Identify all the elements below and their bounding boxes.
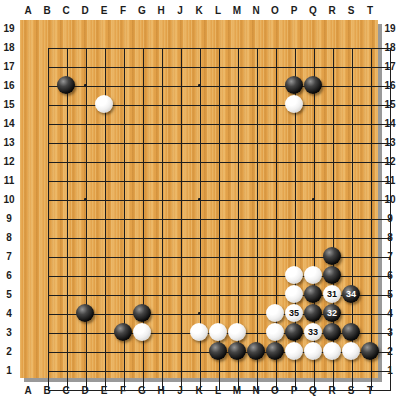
- intersection-Q2[interactable]: [304, 342, 323, 361]
- intersection-R12[interactable]: [323, 152, 342, 171]
- intersection-M5[interactable]: [228, 285, 247, 304]
- intersection-Q11[interactable]: [304, 171, 323, 190]
- intersection-Q3[interactable]: 33: [304, 323, 323, 342]
- intersection-C15[interactable]: [57, 95, 76, 114]
- intersection-C3[interactable]: [57, 323, 76, 342]
- intersection-A1[interactable]: [19, 361, 38, 380]
- intersection-S17[interactable]: [342, 57, 361, 76]
- intersection-D13[interactable]: [76, 133, 95, 152]
- intersection-A12[interactable]: [19, 152, 38, 171]
- intersection-Q19[interactable]: [304, 19, 323, 38]
- intersection-F18[interactable]: [114, 38, 133, 57]
- intersection-K9[interactable]: [190, 209, 209, 228]
- intersection-R1[interactable]: [323, 361, 342, 380]
- intersection-F16[interactable]: [114, 76, 133, 95]
- intersection-Q15[interactable]: [304, 95, 323, 114]
- intersection-A5[interactable]: [19, 285, 38, 304]
- intersection-F13[interactable]: [114, 133, 133, 152]
- intersection-E7[interactable]: [95, 247, 114, 266]
- intersection-C9[interactable]: [57, 209, 76, 228]
- intersection-J19[interactable]: [171, 19, 190, 38]
- intersection-R11[interactable]: [323, 171, 342, 190]
- intersection-L14[interactable]: [209, 114, 228, 133]
- intersection-G17[interactable]: [133, 57, 152, 76]
- intersection-F17[interactable]: [114, 57, 133, 76]
- intersection-T9[interactable]: [361, 209, 380, 228]
- intersection-P12[interactable]: [285, 152, 304, 171]
- intersection-B19[interactable]: [38, 19, 57, 38]
- intersection-T12[interactable]: [361, 152, 380, 171]
- intersection-P19[interactable]: [285, 19, 304, 38]
- intersection-T7[interactable]: [361, 247, 380, 266]
- intersection-P15[interactable]: [285, 95, 304, 114]
- intersection-O12[interactable]: [266, 152, 285, 171]
- intersection-K1[interactable]: [190, 361, 209, 380]
- intersection-T13[interactable]: [361, 133, 380, 152]
- intersection-J14[interactable]: [171, 114, 190, 133]
- intersection-A15[interactable]: [19, 95, 38, 114]
- black-stone-Q5[interactable]: [304, 285, 322, 303]
- intersection-J4[interactable]: [171, 304, 190, 323]
- intersection-N6[interactable]: [247, 266, 266, 285]
- white-stone-P15[interactable]: [285, 95, 303, 113]
- intersection-K6[interactable]: [190, 266, 209, 285]
- intersection-F8[interactable]: [114, 228, 133, 247]
- intersection-R5[interactable]: 31: [323, 285, 342, 304]
- intersection-N2[interactable]: [247, 342, 266, 361]
- intersection-M6[interactable]: [228, 266, 247, 285]
- intersection-L6[interactable]: [209, 266, 228, 285]
- intersection-J1[interactable]: [171, 361, 190, 380]
- intersection-G11[interactable]: [133, 171, 152, 190]
- intersection-Q1[interactable]: [304, 361, 323, 380]
- intersection-R8[interactable]: [323, 228, 342, 247]
- intersection-J18[interactable]: [171, 38, 190, 57]
- intersection-S19[interactable]: [342, 19, 361, 38]
- intersection-J2[interactable]: [171, 342, 190, 361]
- intersection-O6[interactable]: [266, 266, 285, 285]
- intersection-D3[interactable]: [76, 323, 95, 342]
- intersection-L18[interactable]: [209, 38, 228, 57]
- black-stone-R4[interactable]: 32: [323, 304, 341, 322]
- intersection-H11[interactable]: [152, 171, 171, 190]
- intersection-L13[interactable]: [209, 133, 228, 152]
- intersection-T14[interactable]: [361, 114, 380, 133]
- intersection-D1[interactable]: [76, 361, 95, 380]
- intersection-K5[interactable]: [190, 285, 209, 304]
- intersection-N12[interactable]: [247, 152, 266, 171]
- white-stone-M3[interactable]: [228, 323, 246, 341]
- intersection-A7[interactable]: [19, 247, 38, 266]
- intersection-S11[interactable]: [342, 171, 361, 190]
- white-stone-R5[interactable]: 31: [323, 285, 341, 303]
- intersection-J7[interactable]: [171, 247, 190, 266]
- intersection-G7[interactable]: [133, 247, 152, 266]
- intersection-H2[interactable]: [152, 342, 171, 361]
- intersection-E8[interactable]: [95, 228, 114, 247]
- intersection-F11[interactable]: [114, 171, 133, 190]
- intersection-R6[interactable]: [323, 266, 342, 285]
- intersection-A2[interactable]: [19, 342, 38, 361]
- intersection-A13[interactable]: [19, 133, 38, 152]
- intersection-O14[interactable]: [266, 114, 285, 133]
- intersection-D17[interactable]: [76, 57, 95, 76]
- intersection-H16[interactable]: [152, 76, 171, 95]
- black-stone-F3[interactable]: [114, 323, 132, 341]
- intersection-Q13[interactable]: [304, 133, 323, 152]
- intersection-T5[interactable]: [361, 285, 380, 304]
- intersection-N14[interactable]: [247, 114, 266, 133]
- intersection-T4[interactable]: [361, 304, 380, 323]
- intersection-G18[interactable]: [133, 38, 152, 57]
- intersection-P7[interactable]: [285, 247, 304, 266]
- intersection-K4[interactable]: [190, 304, 209, 323]
- intersection-G13[interactable]: [133, 133, 152, 152]
- intersection-F10[interactable]: [114, 190, 133, 209]
- intersection-C6[interactable]: [57, 266, 76, 285]
- intersection-S13[interactable]: [342, 133, 361, 152]
- intersection-R14[interactable]: [323, 114, 342, 133]
- black-stone-T2[interactable]: [361, 342, 379, 360]
- intersection-F14[interactable]: [114, 114, 133, 133]
- intersection-A10[interactable]: [19, 190, 38, 209]
- intersection-B17[interactable]: [38, 57, 57, 76]
- intersection-R4[interactable]: 32: [323, 304, 342, 323]
- intersection-L9[interactable]: [209, 209, 228, 228]
- intersection-C7[interactable]: [57, 247, 76, 266]
- intersection-B18[interactable]: [38, 38, 57, 57]
- intersection-C2[interactable]: [57, 342, 76, 361]
- intersection-G10[interactable]: [133, 190, 152, 209]
- intersection-R7[interactable]: [323, 247, 342, 266]
- intersection-J5[interactable]: [171, 285, 190, 304]
- white-stone-E15[interactable]: [95, 95, 113, 113]
- intersection-H14[interactable]: [152, 114, 171, 133]
- intersection-M18[interactable]: [228, 38, 247, 57]
- intersection-C19[interactable]: [57, 19, 76, 38]
- intersection-R15[interactable]: [323, 95, 342, 114]
- black-stone-R7[interactable]: [323, 247, 341, 265]
- intersection-B4[interactable]: [38, 304, 57, 323]
- intersection-A6[interactable]: [19, 266, 38, 285]
- intersection-B2[interactable]: [38, 342, 57, 361]
- intersection-B3[interactable]: [38, 323, 57, 342]
- intersection-B11[interactable]: [38, 171, 57, 190]
- intersection-M14[interactable]: [228, 114, 247, 133]
- intersection-N7[interactable]: [247, 247, 266, 266]
- intersection-D9[interactable]: [76, 209, 95, 228]
- intersection-E16[interactable]: [95, 76, 114, 95]
- intersection-G6[interactable]: [133, 266, 152, 285]
- intersection-H10[interactable]: [152, 190, 171, 209]
- black-stone-R3[interactable]: [323, 323, 341, 341]
- intersection-P10[interactable]: [285, 190, 304, 209]
- black-stone-P3[interactable]: [285, 323, 303, 341]
- intersection-P8[interactable]: [285, 228, 304, 247]
- intersection-J15[interactable]: [171, 95, 190, 114]
- intersection-O8[interactable]: [266, 228, 285, 247]
- intersection-L11[interactable]: [209, 171, 228, 190]
- intersection-S5[interactable]: 34: [342, 285, 361, 304]
- intersection-A11[interactable]: [19, 171, 38, 190]
- intersection-D4[interactable]: [76, 304, 95, 323]
- intersection-K14[interactable]: [190, 114, 209, 133]
- intersection-E10[interactable]: [95, 190, 114, 209]
- intersection-A18[interactable]: [19, 38, 38, 57]
- intersection-Q9[interactable]: [304, 209, 323, 228]
- white-stone-K3[interactable]: [190, 323, 208, 341]
- intersection-K16[interactable]: [190, 76, 209, 95]
- intersection-E3[interactable]: [95, 323, 114, 342]
- white-stone-O3[interactable]: [266, 323, 284, 341]
- intersection-H5[interactable]: [152, 285, 171, 304]
- intersection-R2[interactable]: [323, 342, 342, 361]
- intersection-Q5[interactable]: [304, 285, 323, 304]
- intersection-L12[interactable]: [209, 152, 228, 171]
- intersection-G4[interactable]: [133, 304, 152, 323]
- intersection-G5[interactable]: [133, 285, 152, 304]
- intersection-F12[interactable]: [114, 152, 133, 171]
- intersection-J11[interactable]: [171, 171, 190, 190]
- intersection-G2[interactable]: [133, 342, 152, 361]
- white-stone-S2[interactable]: [342, 342, 360, 360]
- intersection-H7[interactable]: [152, 247, 171, 266]
- intersection-C10[interactable]: [57, 190, 76, 209]
- intersection-K11[interactable]: [190, 171, 209, 190]
- intersection-M11[interactable]: [228, 171, 247, 190]
- intersection-T19[interactable]: [361, 19, 380, 38]
- intersection-M9[interactable]: [228, 209, 247, 228]
- intersection-E13[interactable]: [95, 133, 114, 152]
- intersection-F1[interactable]: [114, 361, 133, 380]
- intersection-P4[interactable]: 35: [285, 304, 304, 323]
- intersection-R17[interactable]: [323, 57, 342, 76]
- intersection-G16[interactable]: [133, 76, 152, 95]
- intersection-H12[interactable]: [152, 152, 171, 171]
- intersection-H9[interactable]: [152, 209, 171, 228]
- intersection-J8[interactable]: [171, 228, 190, 247]
- intersection-M13[interactable]: [228, 133, 247, 152]
- intersection-A3[interactable]: [19, 323, 38, 342]
- black-stone-N2[interactable]: [247, 342, 265, 360]
- intersection-S1[interactable]: [342, 361, 361, 380]
- white-stone-P5[interactable]: [285, 285, 303, 303]
- black-stone-O2[interactable]: [266, 342, 284, 360]
- intersection-H6[interactable]: [152, 266, 171, 285]
- intersection-R3[interactable]: [323, 323, 342, 342]
- intersection-J12[interactable]: [171, 152, 190, 171]
- intersection-E14[interactable]: [95, 114, 114, 133]
- intersection-F4[interactable]: [114, 304, 133, 323]
- intersection-P14[interactable]: [285, 114, 304, 133]
- intersection-O10[interactable]: [266, 190, 285, 209]
- intersection-L3[interactable]: [209, 323, 228, 342]
- black-stone-S5[interactable]: 34: [342, 285, 360, 303]
- black-stone-R6[interactable]: [323, 266, 341, 284]
- intersection-T18[interactable]: [361, 38, 380, 57]
- intersection-P1[interactable]: [285, 361, 304, 380]
- intersection-A14[interactable]: [19, 114, 38, 133]
- intersection-D15[interactable]: [76, 95, 95, 114]
- intersection-L2[interactable]: [209, 342, 228, 361]
- intersection-M2[interactable]: [228, 342, 247, 361]
- intersection-D5[interactable]: [76, 285, 95, 304]
- intersection-C18[interactable]: [57, 38, 76, 57]
- intersection-F7[interactable]: [114, 247, 133, 266]
- intersection-L5[interactable]: [209, 285, 228, 304]
- intersection-N18[interactable]: [247, 38, 266, 57]
- intersection-K17[interactable]: [190, 57, 209, 76]
- intersection-S18[interactable]: [342, 38, 361, 57]
- intersection-Q14[interactable]: [304, 114, 323, 133]
- intersection-S2[interactable]: [342, 342, 361, 361]
- intersection-K15[interactable]: [190, 95, 209, 114]
- intersection-Q18[interactable]: [304, 38, 323, 57]
- intersection-N15[interactable]: [247, 95, 266, 114]
- intersection-N19[interactable]: [247, 19, 266, 38]
- intersection-T6[interactable]: [361, 266, 380, 285]
- white-stone-P4[interactable]: 35: [285, 304, 303, 322]
- intersection-A8[interactable]: [19, 228, 38, 247]
- intersection-H3[interactable]: [152, 323, 171, 342]
- intersection-P11[interactable]: [285, 171, 304, 190]
- intersection-B16[interactable]: [38, 76, 57, 95]
- intersection-M17[interactable]: [228, 57, 247, 76]
- intersection-C11[interactable]: [57, 171, 76, 190]
- intersection-S15[interactable]: [342, 95, 361, 114]
- black-stone-L2[interactable]: [209, 342, 227, 360]
- intersection-N1[interactable]: [247, 361, 266, 380]
- intersection-M16[interactable]: [228, 76, 247, 95]
- intersection-C5[interactable]: [57, 285, 76, 304]
- intersection-A17[interactable]: [19, 57, 38, 76]
- intersection-J6[interactable]: [171, 266, 190, 285]
- intersection-L19[interactable]: [209, 19, 228, 38]
- intersection-Q8[interactable]: [304, 228, 323, 247]
- intersection-S4[interactable]: [342, 304, 361, 323]
- intersection-D16[interactable]: [76, 76, 95, 95]
- intersection-F15[interactable]: [114, 95, 133, 114]
- intersection-B15[interactable]: [38, 95, 57, 114]
- intersection-D11[interactable]: [76, 171, 95, 190]
- intersection-M15[interactable]: [228, 95, 247, 114]
- white-stone-G3[interactable]: [133, 323, 151, 341]
- intersection-S8[interactable]: [342, 228, 361, 247]
- intersection-P6[interactable]: [285, 266, 304, 285]
- intersection-L17[interactable]: [209, 57, 228, 76]
- intersection-R9[interactable]: [323, 209, 342, 228]
- intersection-E2[interactable]: [95, 342, 114, 361]
- black-stone-D4[interactable]: [76, 304, 94, 322]
- intersection-E1[interactable]: [95, 361, 114, 380]
- intersection-T1[interactable]: [361, 361, 380, 380]
- intersection-Q4[interactable]: [304, 304, 323, 323]
- black-stone-C16[interactable]: [57, 76, 75, 94]
- intersection-T17[interactable]: [361, 57, 380, 76]
- intersection-N10[interactable]: [247, 190, 266, 209]
- intersection-T2[interactable]: [361, 342, 380, 361]
- intersection-N17[interactable]: [247, 57, 266, 76]
- intersection-A4[interactable]: [19, 304, 38, 323]
- intersection-Q17[interactable]: [304, 57, 323, 76]
- intersection-S16[interactable]: [342, 76, 361, 95]
- intersection-F2[interactable]: [114, 342, 133, 361]
- intersection-B9[interactable]: [38, 209, 57, 228]
- intersection-L4[interactable]: [209, 304, 228, 323]
- white-stone-Q2[interactable]: [304, 342, 322, 360]
- black-stone-M2[interactable]: [228, 342, 246, 360]
- intersection-O18[interactable]: [266, 38, 285, 57]
- intersection-K13[interactable]: [190, 133, 209, 152]
- intersection-L10[interactable]: [209, 190, 228, 209]
- intersection-N16[interactable]: [247, 76, 266, 95]
- intersection-L16[interactable]: [209, 76, 228, 95]
- intersection-P9[interactable]: [285, 209, 304, 228]
- intersection-O4[interactable]: [266, 304, 285, 323]
- intersection-H19[interactable]: [152, 19, 171, 38]
- intersection-O19[interactable]: [266, 19, 285, 38]
- black-stone-S3[interactable]: [342, 323, 360, 341]
- intersection-M3[interactable]: [228, 323, 247, 342]
- intersection-K18[interactable]: [190, 38, 209, 57]
- intersection-M12[interactable]: [228, 152, 247, 171]
- intersection-G8[interactable]: [133, 228, 152, 247]
- intersection-C16[interactable]: [57, 76, 76, 95]
- intersection-H15[interactable]: [152, 95, 171, 114]
- intersection-T8[interactable]: [361, 228, 380, 247]
- intersection-D6[interactable]: [76, 266, 95, 285]
- intersection-G19[interactable]: [133, 19, 152, 38]
- intersection-B7[interactable]: [38, 247, 57, 266]
- intersection-Q6[interactable]: [304, 266, 323, 285]
- intersection-A19[interactable]: [19, 19, 38, 38]
- intersection-N11[interactable]: [247, 171, 266, 190]
- intersection-S12[interactable]: [342, 152, 361, 171]
- intersection-E9[interactable]: [95, 209, 114, 228]
- intersection-D10[interactable]: [76, 190, 95, 209]
- intersection-R13[interactable]: [323, 133, 342, 152]
- intersection-F9[interactable]: [114, 209, 133, 228]
- intersection-D18[interactable]: [76, 38, 95, 57]
- intersection-H8[interactable]: [152, 228, 171, 247]
- intersection-K3[interactable]: [190, 323, 209, 342]
- intersection-E15[interactable]: [95, 95, 114, 114]
- intersection-G15[interactable]: [133, 95, 152, 114]
- intersection-E12[interactable]: [95, 152, 114, 171]
- intersection-S3[interactable]: [342, 323, 361, 342]
- intersection-T16[interactable]: [361, 76, 380, 95]
- intersection-J3[interactable]: [171, 323, 190, 342]
- intersection-L8[interactable]: [209, 228, 228, 247]
- intersection-L1[interactable]: [209, 361, 228, 380]
- intersection-A16[interactable]: [19, 76, 38, 95]
- intersection-F6[interactable]: [114, 266, 133, 285]
- intersection-G9[interactable]: [133, 209, 152, 228]
- intersection-T10[interactable]: [361, 190, 380, 209]
- intersection-S7[interactable]: [342, 247, 361, 266]
- white-stone-L3[interactable]: [209, 323, 227, 341]
- intersection-K2[interactable]: [190, 342, 209, 361]
- intersection-S10[interactable]: [342, 190, 361, 209]
- intersection-C14[interactable]: [57, 114, 76, 133]
- intersection-O9[interactable]: [266, 209, 285, 228]
- intersection-O1[interactable]: [266, 361, 285, 380]
- intersection-O17[interactable]: [266, 57, 285, 76]
- intersection-D19[interactable]: [76, 19, 95, 38]
- white-stone-Q3[interactable]: 33: [304, 323, 322, 341]
- intersection-C8[interactable]: [57, 228, 76, 247]
- intersection-F5[interactable]: [114, 285, 133, 304]
